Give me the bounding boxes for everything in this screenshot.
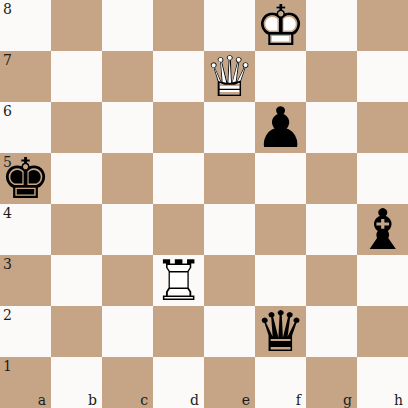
square-e1[interactable]: e — [204, 357, 255, 408]
square-f8[interactable]: ♚♔ — [255, 0, 306, 51]
rank-label-7: 7 — [3, 53, 12, 67]
square-a4[interactable]: 4 — [0, 204, 51, 255]
square-f4[interactable] — [255, 204, 306, 255]
rank-label-5: 5 — [3, 155, 12, 169]
white-queen-icon: ♕ — [204, 51, 255, 102]
white-king-icon: ♔ — [255, 0, 306, 51]
square-c3[interactable] — [102, 255, 153, 306]
square-f1[interactable]: f — [255, 357, 306, 408]
black-bishop-icon: ♝ — [357, 204, 408, 255]
square-h2[interactable] — [357, 306, 408, 357]
square-e6[interactable] — [204, 102, 255, 153]
file-label-e: e — [242, 393, 250, 407]
square-g5[interactable] — [306, 153, 357, 204]
square-g3[interactable] — [306, 255, 357, 306]
square-d8[interactable] — [153, 0, 204, 51]
rank-label-8: 8 — [3, 2, 12, 16]
square-c5[interactable] — [102, 153, 153, 204]
square-a5[interactable]: 5♚ — [0, 153, 51, 204]
square-d3[interactable]: ♜♖ — [153, 255, 204, 306]
square-b6[interactable] — [51, 102, 102, 153]
square-a1[interactable]: 1a — [0, 357, 51, 408]
square-f2[interactable]: ♛ — [255, 306, 306, 357]
square-c7[interactable] — [102, 51, 153, 102]
file-label-f: f — [296, 393, 301, 407]
square-d7[interactable] — [153, 51, 204, 102]
black-queen-icon: ♛ — [255, 306, 306, 357]
square-g6[interactable] — [306, 102, 357, 153]
square-c6[interactable] — [102, 102, 153, 153]
square-b3[interactable] — [51, 255, 102, 306]
square-c4[interactable] — [102, 204, 153, 255]
square-b2[interactable] — [51, 306, 102, 357]
square-e4[interactable] — [204, 204, 255, 255]
square-d2[interactable] — [153, 306, 204, 357]
square-g1[interactable]: g — [306, 357, 357, 408]
square-c1[interactable]: c — [102, 357, 153, 408]
square-a3[interactable]: 3 — [0, 255, 51, 306]
square-h1[interactable]: h — [357, 357, 408, 408]
square-g7[interactable] — [306, 51, 357, 102]
square-b7[interactable] — [51, 51, 102, 102]
square-c8[interactable] — [102, 0, 153, 51]
square-f5[interactable] — [255, 153, 306, 204]
file-label-b: b — [88, 393, 97, 407]
square-h7[interactable] — [357, 51, 408, 102]
file-label-d: d — [190, 393, 199, 407]
square-e3[interactable] — [204, 255, 255, 306]
black-pawn-piece[interactable]: ♟ — [255, 102, 306, 153]
white-queen-piece[interactable]: ♛♕ — [204, 51, 255, 102]
square-c2[interactable] — [102, 306, 153, 357]
square-e5[interactable] — [204, 153, 255, 204]
chess-board: 8♚♔7♛♕6♟5♚4♝3♜♖2♛1abcdefgh — [0, 0, 408, 408]
square-a2[interactable]: 2 — [0, 306, 51, 357]
square-h8[interactable] — [357, 0, 408, 51]
file-label-g: g — [343, 393, 352, 407]
file-label-a: a — [38, 393, 46, 407]
square-g4[interactable] — [306, 204, 357, 255]
square-h4[interactable]: ♝ — [357, 204, 408, 255]
white-rook-icon: ♖ — [153, 255, 204, 306]
square-e2[interactable] — [204, 306, 255, 357]
rank-label-2: 2 — [3, 308, 12, 322]
black-queen-piece[interactable]: ♛ — [255, 306, 306, 357]
square-f6[interactable]: ♟ — [255, 102, 306, 153]
file-label-h: h — [394, 393, 403, 407]
rank-label-6: 6 — [3, 104, 12, 118]
black-bishop-piece[interactable]: ♝ — [357, 204, 408, 255]
file-label-c: c — [140, 393, 148, 407]
black-pawn-icon: ♟ — [255, 102, 306, 153]
square-d5[interactable] — [153, 153, 204, 204]
square-g8[interactable] — [306, 0, 357, 51]
square-a7[interactable]: 7 — [0, 51, 51, 102]
square-d6[interactable] — [153, 102, 204, 153]
rank-label-3: 3 — [3, 257, 12, 271]
square-e7[interactable]: ♛♕ — [204, 51, 255, 102]
square-g2[interactable] — [306, 306, 357, 357]
white-king-piece[interactable]: ♚♔ — [255, 0, 306, 51]
square-b4[interactable] — [51, 204, 102, 255]
square-h3[interactable] — [357, 255, 408, 306]
square-d1[interactable]: d — [153, 357, 204, 408]
white-rook-piece[interactable]: ♜♖ — [153, 255, 204, 306]
square-h6[interactable] — [357, 102, 408, 153]
square-b1[interactable]: b — [51, 357, 102, 408]
rank-label-4: 4 — [3, 206, 12, 220]
square-b8[interactable] — [51, 0, 102, 51]
square-a8[interactable]: 8 — [0, 0, 51, 51]
square-b5[interactable] — [51, 153, 102, 204]
rank-label-1: 1 — [3, 359, 12, 373]
